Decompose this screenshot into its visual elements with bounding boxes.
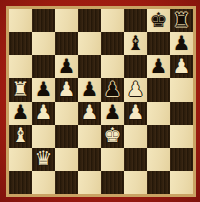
white-bishop-a3: ♝: [12, 125, 30, 145]
black-rook-h8: ♜: [173, 10, 191, 30]
square-g7[interactable]: [147, 32, 170, 55]
square-a1[interactable]: [9, 171, 32, 194]
square-h7[interactable]: ♟: [170, 32, 193, 55]
square-h1[interactable]: [170, 171, 193, 194]
square-d5[interactable]: ♟: [78, 78, 101, 101]
square-c6[interactable]: ♟: [55, 55, 78, 78]
square-f7[interactable]: ♝: [124, 32, 147, 55]
square-f6[interactable]: [124, 55, 147, 78]
square-c1[interactable]: [55, 171, 78, 194]
square-c7[interactable]: [55, 32, 78, 55]
square-d6[interactable]: [78, 55, 101, 78]
square-a2[interactable]: [9, 148, 32, 171]
board-frame: ♚♜♝♟♟♟♟♜♟♟♟♟♟♟♟♟♟♟♝♚♛: [6, 6, 196, 197]
square-f4[interactable]: ♟: [124, 102, 147, 125]
square-h4[interactable]: [170, 102, 193, 125]
square-e4[interactable]: ♟: [101, 102, 124, 125]
square-g1[interactable]: [147, 171, 170, 194]
square-c8[interactable]: [55, 9, 78, 32]
square-d4[interactable]: ♟: [78, 102, 101, 125]
diagram-page-background: ♚♜♝♟♟♟♟♜♟♟♟♟♟♟♟♟♟♟♝♚♛: [0, 0, 200, 202]
square-h6[interactable]: ♟: [170, 55, 193, 78]
white-king-e3: ♚: [104, 125, 122, 145]
square-b6[interactable]: [32, 55, 55, 78]
white-pawn-f5: ♟: [127, 79, 145, 99]
square-g5[interactable]: [147, 78, 170, 101]
black-bishop-f7: ♝: [127, 33, 145, 53]
square-g3[interactable]: [147, 125, 170, 148]
square-c2[interactable]: [55, 148, 78, 171]
square-a7[interactable]: [9, 32, 32, 55]
square-h3[interactable]: [170, 125, 193, 148]
black-pawn-a4: ♟: [12, 102, 30, 122]
square-h8[interactable]: ♜: [170, 9, 193, 32]
black-pawn-c6: ♟: [58, 56, 76, 76]
black-pawn-b5: ♟: [35, 79, 53, 99]
white-queen-b2: ♛: [35, 148, 53, 168]
square-c5[interactable]: ♟: [55, 78, 78, 101]
black-pawn-d5: ♟: [81, 79, 99, 99]
white-pawn-d4: ♟: [81, 102, 99, 122]
square-a5[interactable]: ♜: [9, 78, 32, 101]
black-pawn-e4: ♟: [104, 102, 122, 122]
white-pawn-f4: ♟: [127, 102, 145, 122]
square-f3[interactable]: [124, 125, 147, 148]
square-b5[interactable]: ♟: [32, 78, 55, 101]
square-e2[interactable]: [101, 148, 124, 171]
square-e1[interactable]: [101, 171, 124, 194]
black-pawn-e5: ♟: [104, 79, 122, 99]
square-c4[interactable]: [55, 102, 78, 125]
square-a8[interactable]: [9, 9, 32, 32]
square-d2[interactable]: [78, 148, 101, 171]
square-d7[interactable]: [78, 32, 101, 55]
square-b3[interactable]: [32, 125, 55, 148]
square-g8[interactable]: ♚: [147, 9, 170, 32]
square-e7[interactable]: [101, 32, 124, 55]
square-a3[interactable]: ♝: [9, 125, 32, 148]
square-e8[interactable]: [101, 9, 124, 32]
square-h5[interactable]: [170, 78, 193, 101]
square-f1[interactable]: [124, 171, 147, 194]
square-b4[interactable]: ♟: [32, 102, 55, 125]
white-rook-a5: ♜: [12, 79, 30, 99]
square-f2[interactable]: [124, 148, 147, 171]
square-f8[interactable]: [124, 9, 147, 32]
square-g4[interactable]: [147, 102, 170, 125]
square-g6[interactable]: ♟: [147, 55, 170, 78]
square-a4[interactable]: ♟: [9, 102, 32, 125]
square-b7[interactable]: [32, 32, 55, 55]
square-a6[interactable]: [9, 55, 32, 78]
square-d1[interactable]: [78, 171, 101, 194]
square-d8[interactable]: [78, 9, 101, 32]
black-pawn-h7: ♟: [173, 33, 191, 53]
square-e5[interactable]: ♟: [101, 78, 124, 101]
square-d3[interactable]: [78, 125, 101, 148]
black-pawn-g6: ♟: [150, 56, 168, 76]
white-pawn-b4: ♟: [35, 102, 53, 122]
square-g2[interactable]: [147, 148, 170, 171]
chess-board: ♚♜♝♟♟♟♟♜♟♟♟♟♟♟♟♟♟♟♝♚♛: [9, 9, 193, 194]
square-e6[interactable]: [101, 55, 124, 78]
white-pawn-c5: ♟: [58, 79, 76, 99]
square-b2[interactable]: ♛: [32, 148, 55, 171]
black-king-g8: ♚: [150, 10, 168, 30]
square-e3[interactable]: ♚: [101, 125, 124, 148]
square-b1[interactable]: [32, 171, 55, 194]
square-f5[interactable]: ♟: [124, 78, 147, 101]
white-pawn-h6: ♟: [173, 56, 191, 76]
square-h2[interactable]: [170, 148, 193, 171]
square-b8[interactable]: [32, 9, 55, 32]
square-c3[interactable]: [55, 125, 78, 148]
